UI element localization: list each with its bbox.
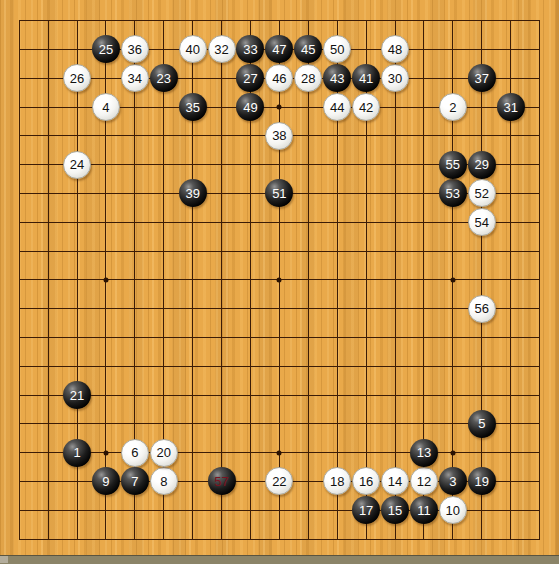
go-board[interactable]: 1234567891011121314151617181920212223242… — [0, 0, 559, 555]
move-number-label: 8 — [160, 475, 167, 488]
stone-white-6: 6 — [121, 439, 149, 467]
move-number-label: 13 — [417, 446, 431, 459]
stone-black-19: 19 — [468, 467, 496, 495]
move-number-label: 40 — [185, 43, 199, 56]
stone-white-26: 26 — [63, 64, 91, 92]
stone-black-27: 27 — [236, 64, 264, 92]
stone-white-40: 40 — [179, 35, 207, 63]
stone-white-12: 12 — [410, 467, 438, 495]
stone-white-48: 48 — [381, 35, 409, 63]
move-number-label: 43 — [330, 72, 344, 85]
stone-black-1: 1 — [63, 439, 91, 467]
move-number-label: 9 — [102, 475, 109, 488]
move-number-label: 29 — [475, 158, 489, 171]
move-number-label: 15 — [388, 504, 402, 517]
star-point — [450, 450, 455, 455]
star-point — [103, 450, 108, 455]
move-number-label: 45 — [301, 43, 315, 56]
stone-white-2: 2 — [439, 93, 467, 121]
move-number-label: 5 — [478, 417, 485, 430]
move-number-label: 1 — [73, 446, 80, 459]
stone-white-42: 42 — [352, 93, 380, 121]
stone-white-14: 14 — [381, 467, 409, 495]
board-gridline-horizontal — [19, 423, 540, 424]
board-gridline-horizontal — [19, 337, 540, 338]
stone-white-44: 44 — [323, 93, 351, 121]
stone-white-32: 32 — [208, 35, 236, 63]
move-number-label: 25 — [99, 43, 113, 56]
move-number-label: 28 — [301, 72, 315, 85]
bottom-left-corner-fragment — [0, 556, 8, 563]
stone-white-54: 54 — [468, 208, 496, 236]
stone-black-7: 7 — [121, 467, 149, 495]
stone-white-52: 52 — [468, 179, 496, 207]
stone-black-29: 29 — [468, 151, 496, 179]
board-gridline-horizontal — [19, 308, 540, 309]
move-number-label: 19 — [475, 475, 489, 488]
board-gridline-vertical — [395, 20, 396, 539]
stone-white-46: 46 — [265, 64, 293, 92]
move-number-label: 54 — [475, 216, 489, 229]
move-number-label: 36 — [128, 43, 142, 56]
move-number-label: 52 — [475, 187, 489, 200]
move-number-label: 33 — [243, 43, 257, 56]
move-number-label: 37 — [475, 72, 489, 85]
stone-black-17: 17 — [352, 496, 380, 524]
move-number-label: 51 — [272, 187, 286, 200]
stone-white-50: 50 — [323, 35, 351, 63]
move-number-label: 41 — [359, 72, 373, 85]
move-number-label: 14 — [388, 475, 402, 488]
move-number-label: 22 — [272, 475, 286, 488]
star-point — [103, 277, 108, 282]
move-number-label: 16 — [359, 475, 373, 488]
star-point — [450, 277, 455, 282]
move-number-label: 46 — [272, 72, 286, 85]
stone-black-25: 25 — [92, 35, 120, 63]
move-number-label: 39 — [185, 187, 199, 200]
stone-white-34: 34 — [121, 64, 149, 92]
stone-white-16: 16 — [352, 467, 380, 495]
stone-white-28: 28 — [294, 64, 322, 92]
move-number-label: 18 — [330, 475, 344, 488]
board-gridline-vertical — [481, 20, 482, 539]
board-gridline-horizontal — [19, 539, 540, 540]
move-number-label: 7 — [131, 475, 138, 488]
stone-black-37: 37 — [468, 64, 496, 92]
stone-black-45: 45 — [294, 35, 322, 63]
stone-black-15: 15 — [381, 496, 409, 524]
stone-white-4: 4 — [92, 93, 120, 121]
bottom-edge-strip — [0, 555, 559, 564]
move-number-label: 3 — [449, 475, 456, 488]
move-number-label: 50 — [330, 43, 344, 56]
stone-black-21: 21 — [63, 381, 91, 409]
move-number-label: 30 — [388, 72, 402, 85]
stone-white-22: 22 — [265, 467, 293, 495]
stone-white-20: 20 — [150, 439, 178, 467]
move-number-label: 57 — [214, 475, 228, 488]
move-number-label: 38 — [272, 129, 286, 142]
stone-black-39: 39 — [179, 179, 207, 207]
stone-white-56: 56 — [468, 295, 496, 323]
stone-black-23: 23 — [150, 64, 178, 92]
stone-white-36: 36 — [121, 35, 149, 63]
stone-white-18: 18 — [323, 467, 351, 495]
stone-black-35: 35 — [179, 93, 207, 121]
move-number-label: 24 — [70, 158, 84, 171]
board-gridline-vertical — [308, 20, 309, 539]
move-number-label: 10 — [446, 504, 460, 517]
move-number-label: 44 — [330, 101, 344, 114]
stone-black-5: 5 — [468, 410, 496, 438]
move-number-label: 47 — [272, 43, 286, 56]
star-point — [277, 277, 282, 282]
stone-black-9: 9 — [92, 467, 120, 495]
stone-black-33: 33 — [236, 35, 264, 63]
move-number-label: 42 — [359, 101, 373, 114]
board-gridline-horizontal — [19, 395, 540, 396]
move-number-label: 12 — [417, 475, 431, 488]
stone-black-11: 11 — [410, 496, 438, 524]
stone-black-3: 3 — [439, 467, 467, 495]
stone-black-31: 31 — [497, 93, 525, 121]
move-number-label: 31 — [503, 101, 517, 114]
move-number-label: 35 — [185, 101, 199, 114]
stone-black-53: 53 — [439, 179, 467, 207]
move-number-label: 4 — [102, 101, 109, 114]
move-number-label: 34 — [128, 72, 142, 85]
go-game-diagram: 1234567891011121314151617181920212223242… — [0, 0, 559, 564]
stone-black-41: 41 — [352, 64, 380, 92]
move-number-label: 48 — [388, 43, 402, 56]
stone-black-13: 13 — [410, 439, 438, 467]
board-gridline-horizontal — [19, 366, 540, 367]
move-number-label: 56 — [475, 302, 489, 315]
move-number-label: 27 — [243, 72, 257, 85]
move-number-label: 26 — [70, 72, 84, 85]
star-point — [277, 105, 282, 110]
stone-black-49: 49 — [236, 93, 264, 121]
stone-black-55: 55 — [439, 151, 467, 179]
stone-black-47: 47 — [265, 35, 293, 63]
stone-black-51: 51 — [265, 179, 293, 207]
stone-black-57: 57 — [208, 467, 236, 495]
stone-white-8: 8 — [150, 467, 178, 495]
move-number-label: 23 — [157, 72, 171, 85]
move-number-label: 20 — [157, 446, 171, 459]
move-number-label: 55 — [446, 158, 460, 171]
stone-white-24: 24 — [63, 151, 91, 179]
move-number-label: 17 — [359, 504, 373, 517]
stone-white-10: 10 — [439, 496, 467, 524]
move-number-label: 32 — [214, 43, 228, 56]
move-number-label: 49 — [243, 101, 257, 114]
move-number-label: 6 — [131, 446, 138, 459]
move-number-label: 2 — [449, 101, 456, 114]
stone-white-30: 30 — [381, 64, 409, 92]
move-number-label: 53 — [446, 187, 460, 200]
move-number-label: 21 — [70, 389, 84, 402]
stone-black-43: 43 — [323, 64, 351, 92]
move-number-label: 11 — [417, 504, 431, 517]
star-point — [277, 450, 282, 455]
board-gridline-vertical — [539, 20, 540, 539]
stone-white-38: 38 — [265, 122, 293, 150]
